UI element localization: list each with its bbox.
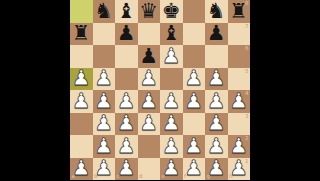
square-g7[interactable]: ♟ (205, 23, 228, 46)
square-d7[interactable] (138, 23, 161, 46)
white-pawn: ♟ (117, 135, 136, 156)
white-pawn: ♟ (207, 90, 226, 111)
white-pawn: ♟ (162, 45, 181, 66)
black-pawn: ♟ (207, 23, 226, 44)
square-e5[interactable] (160, 68, 183, 91)
square-g8[interactable]: ♞ (205, 0, 228, 23)
black-pawn: ♟ (117, 23, 136, 44)
square-g4[interactable]: ♟ (205, 90, 228, 113)
square-a3[interactable] (70, 113, 93, 136)
square-f4[interactable]: ♟ (183, 90, 206, 113)
white-pawn: ♟ (72, 90, 91, 111)
square-b7[interactable] (93, 23, 116, 46)
square-e6[interactable]: ♟ (160, 45, 183, 68)
white-pawn: ♟ (94, 68, 113, 89)
white-pawn: ♟ (207, 113, 226, 134)
white-pawn: ♟ (117, 113, 136, 134)
white-pawn: ♟ (72, 158, 91, 179)
white-pawn: ♟ (207, 158, 226, 179)
square-c7[interactable]: ♟ (115, 23, 138, 46)
square-h5[interactable]: 5 (228, 68, 251, 91)
square-f5[interactable]: ♟ (183, 68, 206, 91)
square-c4[interactable]: ♟ (115, 90, 138, 113)
black-rook: ♜ (229, 0, 248, 21)
rank-coordinate: 5 (245, 69, 249, 75)
chess-board: ♞♝♛♚♞♜8♜♟♝♟7♟♟6♟♟♟♟♟5♟♟♟♟♟♟♟♟4♟♟♟♟♟3♟♟♟♟… (70, 0, 250, 180)
white-pawn: ♟ (162, 113, 181, 134)
white-pawn: ♟ (162, 90, 181, 111)
black-bishop: ♝ (162, 23, 181, 44)
square-c6[interactable] (115, 45, 138, 68)
square-g2[interactable]: ♟ (205, 135, 228, 158)
white-pawn: ♟ (229, 135, 248, 156)
square-d8[interactable]: ♛ (138, 0, 161, 23)
square-c8[interactable]: ♝ (115, 0, 138, 23)
square-d3[interactable]: ♟ (138, 113, 161, 136)
square-f7[interactable] (183, 23, 206, 46)
square-b2[interactable]: ♟ (93, 135, 116, 158)
square-a2[interactable] (70, 135, 93, 158)
white-pawn: ♟ (229, 90, 248, 111)
square-e7[interactable]: ♝ (160, 23, 183, 46)
white-pawn: ♟ (94, 135, 113, 156)
square-h1[interactable]: ♟1h (228, 158, 251, 181)
right-letterbox (250, 0, 320, 180)
square-e2[interactable]: ♟ (160, 135, 183, 158)
square-f8[interactable] (183, 0, 206, 23)
app-stage: ♞♝♛♚♞♜8♜♟♝♟7♟♟6♟♟♟♟♟5♟♟♟♟♟♟♟♟4♟♟♟♟♟3♟♟♟♟… (0, 0, 320, 180)
square-h4[interactable]: ♟4 (228, 90, 251, 113)
white-pawn: ♟ (184, 90, 203, 111)
white-pawn: ♟ (72, 68, 91, 89)
square-g1[interactable]: ♟g (205, 158, 228, 181)
square-b5[interactable]: ♟ (93, 68, 116, 91)
square-d2[interactable] (138, 135, 161, 158)
white-pawn: ♟ (184, 68, 203, 89)
square-d5[interactable]: ♟ (138, 68, 161, 91)
square-c2[interactable]: ♟ (115, 135, 138, 158)
white-pawn: ♟ (139, 68, 158, 89)
square-a5[interactable]: ♟ (70, 68, 93, 91)
square-b4[interactable]: ♟ (93, 90, 116, 113)
square-f3[interactable] (183, 113, 206, 136)
square-a6[interactable] (70, 45, 93, 68)
square-f2[interactable]: ♟ (183, 135, 206, 158)
square-b1[interactable]: ♟b (93, 158, 116, 181)
square-b8[interactable]: ♞ (93, 0, 116, 23)
white-pawn: ♟ (162, 135, 181, 156)
square-e1[interactable]: ♟e (160, 158, 183, 181)
left-letterbox (0, 0, 70, 180)
file-coordinate: d (139, 174, 143, 180)
square-f6[interactable] (183, 45, 206, 68)
black-king: ♚ (162, 0, 181, 21)
white-pawn: ♟ (94, 90, 113, 111)
square-h3[interactable]: 3 (228, 113, 251, 136)
square-g5[interactable]: ♟ (205, 68, 228, 91)
square-b6[interactable] (93, 45, 116, 68)
square-d4[interactable]: ♟ (138, 90, 161, 113)
white-pawn: ♟ (229, 158, 248, 179)
white-pawn: ♟ (207, 135, 226, 156)
white-pawn: ♟ (139, 90, 158, 111)
black-knight: ♞ (207, 0, 226, 21)
square-d1[interactable]: d (138, 158, 161, 181)
white-pawn: ♟ (139, 113, 158, 134)
square-a4[interactable]: ♟ (70, 90, 93, 113)
white-pawn: ♟ (94, 158, 113, 179)
white-pawn: ♟ (184, 135, 203, 156)
square-d6[interactable]: ♟ (138, 45, 161, 68)
white-pawn: ♟ (117, 158, 136, 179)
black-knight: ♞ (94, 0, 113, 21)
square-h6[interactable]: 6 (228, 45, 251, 68)
square-c1[interactable]: ♟c (115, 158, 138, 181)
white-pawn: ♟ (184, 158, 203, 179)
square-h7[interactable]: 7 (228, 23, 251, 46)
square-a8[interactable] (70, 0, 93, 23)
square-g3[interactable]: ♟ (205, 113, 228, 136)
square-b3[interactable]: ♟ (93, 113, 116, 136)
black-pawn: ♟ (139, 45, 158, 66)
rank-coordinate: 3 (245, 114, 249, 120)
square-a1[interactable]: ♟a (70, 158, 93, 181)
square-c5[interactable] (115, 68, 138, 91)
black-queen: ♛ (139, 0, 158, 21)
black-bishop: ♝ (117, 0, 136, 21)
square-a7[interactable]: ♜ (70, 23, 93, 46)
black-rook: ♜ (72, 23, 91, 44)
square-c3[interactable]: ♟ (115, 113, 138, 136)
white-pawn: ♟ (117, 90, 136, 111)
square-e8[interactable]: ♚ (160, 0, 183, 23)
square-e3[interactable]: ♟ (160, 113, 183, 136)
square-f1[interactable]: ♟f (183, 158, 206, 181)
square-h8[interactable]: ♜8 (228, 0, 251, 23)
square-h2[interactable]: ♟2 (228, 135, 251, 158)
white-pawn: ♟ (162, 158, 181, 179)
square-g6[interactable] (205, 45, 228, 68)
rank-coordinate: 7 (245, 24, 249, 30)
square-e4[interactable]: ♟ (160, 90, 183, 113)
white-pawn: ♟ (94, 113, 113, 134)
white-pawn: ♟ (207, 68, 226, 89)
rank-coordinate: 6 (245, 46, 249, 52)
